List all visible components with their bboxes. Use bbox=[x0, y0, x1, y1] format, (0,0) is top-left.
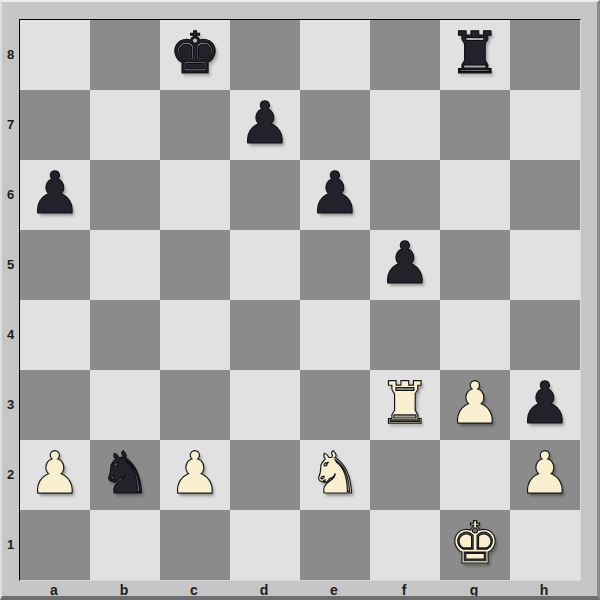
square-g4[interactable] bbox=[440, 300, 510, 370]
rank-label-7: 7 bbox=[2, 89, 19, 159]
square-e2[interactable]: ♞ bbox=[300, 440, 370, 510]
file-labels: abcdefgh bbox=[19, 581, 579, 598]
square-g2[interactable] bbox=[440, 440, 510, 510]
square-f1[interactable] bbox=[370, 510, 440, 580]
square-e1[interactable] bbox=[300, 510, 370, 580]
square-c4[interactable] bbox=[160, 300, 230, 370]
square-b1[interactable] bbox=[90, 510, 160, 580]
black-knight[interactable]: ♞ bbox=[99, 438, 151, 508]
rank-label-6: 6 bbox=[2, 159, 19, 229]
square-d4[interactable] bbox=[230, 300, 300, 370]
square-c3[interactable] bbox=[160, 370, 230, 440]
square-b2[interactable]: ♞ bbox=[90, 440, 160, 510]
file-label-f: f bbox=[369, 581, 439, 598]
square-h7[interactable] bbox=[510, 90, 580, 160]
square-a4[interactable] bbox=[20, 300, 90, 370]
square-a3[interactable] bbox=[20, 370, 90, 440]
square-a8[interactable] bbox=[20, 20, 90, 90]
file-label-d: d bbox=[229, 581, 299, 598]
square-f7[interactable] bbox=[370, 90, 440, 160]
white-pawn[interactable]: ♟ bbox=[29, 438, 81, 508]
rank-label-5: 5 bbox=[2, 229, 19, 299]
square-d8[interactable] bbox=[230, 20, 300, 90]
square-d7[interactable]: ♟ bbox=[230, 90, 300, 160]
square-d2[interactable] bbox=[230, 440, 300, 510]
square-b7[interactable] bbox=[90, 90, 160, 160]
square-a5[interactable] bbox=[20, 230, 90, 300]
square-e3[interactable] bbox=[300, 370, 370, 440]
square-c5[interactable] bbox=[160, 230, 230, 300]
square-c1[interactable] bbox=[160, 510, 230, 580]
rank-labels: 87654321 bbox=[2, 19, 19, 579]
square-h3[interactable]: ♟ bbox=[510, 370, 580, 440]
square-d5[interactable] bbox=[230, 230, 300, 300]
file-label-g: g bbox=[439, 581, 509, 598]
square-c6[interactable] bbox=[160, 160, 230, 230]
square-g8[interactable]: ♜ bbox=[440, 20, 510, 90]
black-pawn[interactable]: ♟ bbox=[29, 158, 81, 228]
square-e6[interactable]: ♟ bbox=[300, 160, 370, 230]
file-label-b: b bbox=[89, 581, 159, 598]
square-h1[interactable] bbox=[510, 510, 580, 580]
square-e8[interactable] bbox=[300, 20, 370, 90]
chess-board: ♚♜♟♟♟♟♜♟♟♟♞♟♞♟♚ bbox=[19, 19, 581, 581]
square-f3[interactable]: ♜ bbox=[370, 370, 440, 440]
black-pawn[interactable]: ♟ bbox=[379, 228, 431, 298]
square-e5[interactable] bbox=[300, 230, 370, 300]
square-d1[interactable] bbox=[230, 510, 300, 580]
square-e7[interactable] bbox=[300, 90, 370, 160]
white-knight[interactable]: ♞ bbox=[309, 438, 361, 508]
square-a6[interactable]: ♟ bbox=[20, 160, 90, 230]
white-pawn[interactable]: ♟ bbox=[169, 438, 221, 508]
square-f2[interactable] bbox=[370, 440, 440, 510]
square-c8[interactable]: ♚ bbox=[160, 20, 230, 90]
file-label-c: c bbox=[159, 581, 229, 598]
square-d6[interactable] bbox=[230, 160, 300, 230]
white-rook[interactable]: ♜ bbox=[379, 368, 431, 438]
file-label-a: a bbox=[19, 581, 89, 598]
square-b8[interactable] bbox=[90, 20, 160, 90]
square-b3[interactable] bbox=[90, 370, 160, 440]
white-king[interactable]: ♚ bbox=[449, 508, 501, 578]
rank-label-2: 2 bbox=[2, 439, 19, 509]
square-h2[interactable]: ♟ bbox=[510, 440, 580, 510]
rank-label-1: 1 bbox=[2, 509, 19, 579]
white-pawn[interactable]: ♟ bbox=[449, 368, 501, 438]
square-g6[interactable] bbox=[440, 160, 510, 230]
file-label-h: h bbox=[509, 581, 579, 598]
square-g3[interactable]: ♟ bbox=[440, 370, 510, 440]
black-king[interactable]: ♚ bbox=[169, 18, 221, 88]
square-a1[interactable] bbox=[20, 510, 90, 580]
rank-label-3: 3 bbox=[2, 369, 19, 439]
black-pawn[interactable]: ♟ bbox=[239, 88, 291, 158]
square-f6[interactable] bbox=[370, 160, 440, 230]
square-b4[interactable] bbox=[90, 300, 160, 370]
square-a2[interactable]: ♟ bbox=[20, 440, 90, 510]
black-rook[interactable]: ♜ bbox=[449, 18, 501, 88]
square-h5[interactable] bbox=[510, 230, 580, 300]
square-h6[interactable] bbox=[510, 160, 580, 230]
square-b6[interactable] bbox=[90, 160, 160, 230]
square-g1[interactable]: ♚ bbox=[440, 510, 510, 580]
square-c7[interactable] bbox=[160, 90, 230, 160]
white-pawn[interactable]: ♟ bbox=[519, 438, 571, 508]
square-f8[interactable] bbox=[370, 20, 440, 90]
black-pawn[interactable]: ♟ bbox=[309, 158, 361, 228]
square-g5[interactable] bbox=[440, 230, 510, 300]
square-g7[interactable] bbox=[440, 90, 510, 160]
square-b5[interactable] bbox=[90, 230, 160, 300]
square-h8[interactable] bbox=[510, 20, 580, 90]
black-pawn[interactable]: ♟ bbox=[519, 368, 571, 438]
rank-label-8: 8 bbox=[2, 19, 19, 89]
board-panel: 87654321 ♚♜♟♟♟♟♜♟♟♟♞♟♞♟♚ abcdefgh bbox=[0, 0, 600, 600]
square-d3[interactable] bbox=[230, 370, 300, 440]
rank-label-4: 4 bbox=[2, 299, 19, 369]
square-f5[interactable]: ♟ bbox=[370, 230, 440, 300]
file-label-e: e bbox=[299, 581, 369, 598]
square-c2[interactable]: ♟ bbox=[160, 440, 230, 510]
square-h4[interactable] bbox=[510, 300, 580, 370]
square-a7[interactable] bbox=[20, 90, 90, 160]
square-e4[interactable] bbox=[300, 300, 370, 370]
square-f4[interactable] bbox=[370, 300, 440, 370]
